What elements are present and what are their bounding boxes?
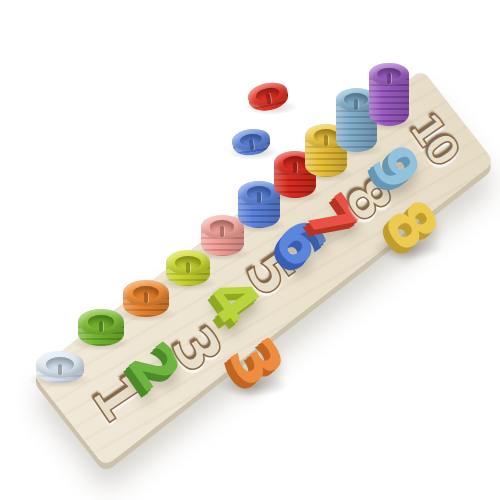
ring-stack-top: [369, 63, 409, 85]
peg-hole: [220, 226, 224, 237]
ring-funnel-recess: [210, 220, 235, 233]
loose-ring-red: [246, 79, 291, 114]
ring-stack-3: [123, 280, 169, 317]
peg-hole: [266, 93, 272, 105]
ring-funnel-recess: [46, 357, 74, 372]
loose-ring-blue: [231, 127, 272, 158]
ring-funnel-recess: [247, 186, 271, 199]
peg-hole: [99, 321, 103, 332]
ring-stack-top: [123, 280, 169, 306]
peg-hole: [144, 292, 148, 303]
ring-stack-1: [36, 351, 84, 383]
peg-hole: [186, 262, 190, 273]
ring-funnel-recess: [255, 86, 280, 103]
peg-hole: [58, 364, 62, 375]
ring-funnel-recess: [283, 156, 307, 169]
ring-funnel-recess: [133, 286, 160, 301]
ring-stack-top: [78, 309, 124, 335]
ring-stack-2: [78, 309, 124, 346]
ring-stack-top: [36, 351, 84, 378]
ring-funnel-recess: [344, 93, 368, 106]
product-photo: 1234567891038: [0, 0, 500, 500]
ring-stack-10: [369, 63, 409, 126]
peg-hole: [257, 192, 261, 203]
peg-hole: [354, 99, 358, 110]
peg-hole: [249, 139, 254, 150]
ring-funnel-recess: [88, 315, 115, 330]
peg-hole: [387, 73, 391, 84]
peg-hole: [293, 162, 297, 173]
peg-hole: [324, 135, 328, 146]
ring-funnel-recess: [175, 256, 201, 270]
ring-funnel-recess: [377, 68, 400, 80]
ring-funnel-recess: [239, 132, 262, 147]
